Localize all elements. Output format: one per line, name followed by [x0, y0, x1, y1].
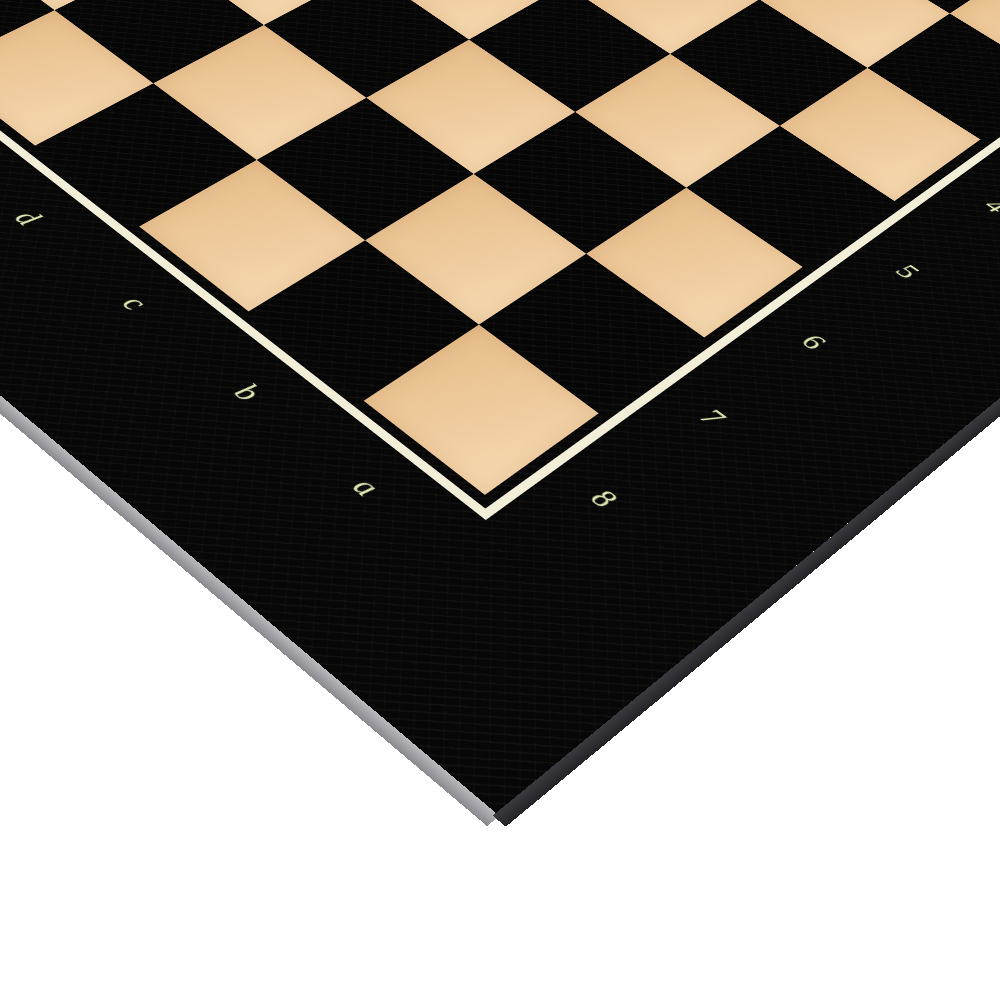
rank-label-4: 4: [980, 196, 1000, 217]
file-label-c: c: [116, 292, 152, 315]
file-label-d: d: [8, 207, 45, 230]
rank-label-7: 7: [694, 405, 728, 430]
rank-label-5: 5: [891, 261, 922, 283]
rank-label-8: 8: [585, 485, 621, 512]
photo-background: abcd87654: [0, 0, 1000, 1000]
file-label-a: a: [346, 474, 384, 501]
rank-label-6: 6: [796, 330, 829, 354]
file-label-b: b: [228, 380, 266, 406]
chessboard: abcd87654: [0, 0, 1000, 813]
